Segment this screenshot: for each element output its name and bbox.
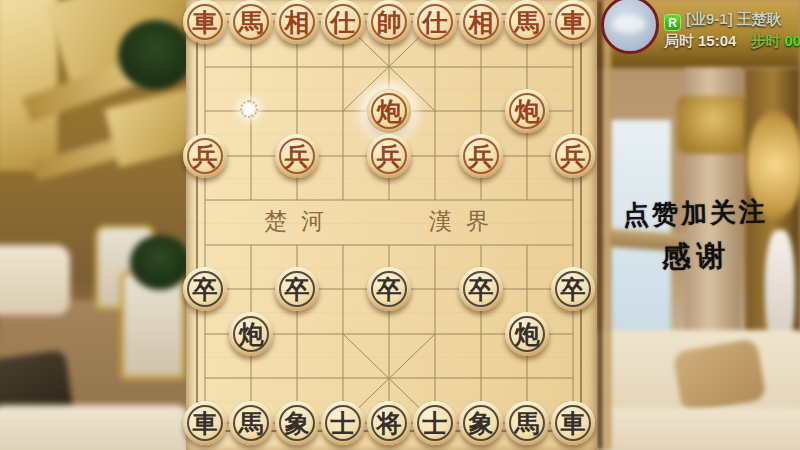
piece-character: 象 — [285, 411, 310, 436]
gold-capital — [677, 96, 749, 154]
piece-red-advisor[interactable]: 仕 — [321, 0, 365, 44]
piece-character: 帥 — [377, 10, 402, 35]
piece-red-king[interactable]: 帥 — [367, 0, 411, 44]
piece-character: 炮 — [515, 322, 540, 347]
watermark-line1: 点赞加关注 — [597, 193, 794, 233]
river-label-left: 楚河 — [231, 206, 371, 237]
piece-character: 兵 — [561, 144, 586, 169]
watermark-text: 点赞加关注 感谢 — [597, 193, 795, 279]
piece-character: 兵 — [377, 144, 402, 169]
piece-character: 卒 — [377, 277, 402, 302]
piece-red-cannon[interactable]: 炮 — [367, 89, 411, 133]
avatar-image — [612, 15, 646, 33]
stream-frame: 楚河 漢界 車馬相仕帥仕相馬車炮炮兵兵兵兵兵卒卒卒卒卒炮炮車馬象士将士象馬車 点… — [0, 0, 800, 450]
piece-red-rook[interactable]: 車 — [183, 0, 227, 44]
piece-black-pawn[interactable]: 卒 — [551, 267, 595, 311]
piece-red-elephant[interactable]: 相 — [459, 0, 503, 44]
piece-red-elephant[interactable]: 相 — [275, 0, 319, 44]
piece-black-horse[interactable]: 馬 — [505, 401, 549, 445]
piece-character: 馬 — [515, 10, 540, 35]
cream-couch — [0, 405, 186, 450]
piece-character: 相 — [469, 10, 494, 35]
piece-red-rook[interactable]: 車 — [551, 0, 595, 44]
piece-character: 仕 — [423, 10, 448, 35]
gold-panel — [104, 83, 186, 168]
piece-black-king[interactable]: 将 — [367, 401, 411, 445]
piece-character: 将 — [377, 411, 402, 436]
piece-character: 卒 — [561, 277, 586, 302]
piece-black-advisor[interactable]: 士 — [321, 401, 365, 445]
player-rank-and-name: [业9-1] 王楚耿 — [686, 10, 782, 27]
piece-character: 卒 — [193, 277, 218, 302]
white-sofa — [0, 245, 70, 315]
piece-black-pawn[interactable]: 卒 — [275, 267, 319, 311]
piece-black-advisor[interactable]: 士 — [413, 401, 457, 445]
piece-character: 炮 — [239, 322, 264, 347]
piece-red-pawn[interactable]: 兵 — [459, 134, 503, 178]
clock-row: 局时15:04步时00:30 — [664, 32, 800, 51]
piece-red-pawn[interactable]: 兵 — [275, 134, 319, 178]
piece-character: 馬 — [239, 10, 264, 35]
river-label-right: 漢界 — [396, 206, 536, 237]
potted-plant — [118, 20, 186, 90]
piece-character: 炮 — [377, 99, 402, 124]
piece-black-elephant[interactable]: 象 — [459, 401, 503, 445]
piece-character: 車 — [561, 10, 586, 35]
piece-red-advisor[interactable]: 仕 — [413, 0, 457, 44]
piece-character: 卒 — [469, 277, 494, 302]
piece-character: 士 — [331, 411, 356, 436]
piece-red-pawn[interactable]: 兵 — [183, 134, 227, 178]
move-time-value: 00:30 — [784, 32, 800, 49]
piece-black-horse[interactable]: 馬 — [229, 401, 273, 445]
potted-plant — [130, 235, 186, 290]
piece-black-pawn[interactable]: 卒 — [183, 267, 227, 311]
piece-black-rook[interactable]: 車 — [183, 401, 227, 445]
piece-character: 車 — [561, 411, 586, 436]
player-avatar[interactable] — [601, 0, 659, 54]
piece-character: 士 — [423, 411, 448, 436]
piece-black-rook[interactable]: 車 — [551, 401, 595, 445]
couch-arm — [597, 408, 800, 450]
piece-character: 卒 — [285, 277, 310, 302]
piece-black-pawn[interactable]: 卒 — [367, 267, 411, 311]
piece-black-cannon[interactable]: 炮 — [505, 312, 549, 356]
piece-character: 仕 — [331, 10, 356, 35]
piece-character: 馬 — [515, 411, 540, 436]
piece-character: 象 — [469, 411, 494, 436]
piece-red-pawn[interactable]: 兵 — [367, 134, 411, 178]
piece-character: 兵 — [193, 144, 218, 169]
piece-red-horse[interactable]: 馬 — [505, 0, 549, 44]
piece-black-elephant[interactable]: 象 — [275, 401, 319, 445]
piece-character: 車 — [193, 411, 218, 436]
rank-badge-icon: R — [664, 14, 681, 31]
piece-character: 馬 — [239, 411, 264, 436]
piece-red-cannon[interactable]: 炮 — [505, 89, 549, 133]
piece-red-pawn[interactable]: 兵 — [551, 134, 595, 178]
game-time-value: 15:04 — [698, 32, 736, 49]
player-meta: R[业9-1] 王楚耿 — [664, 10, 782, 31]
piece-red-horse[interactable]: 馬 — [229, 0, 273, 44]
player-overlay: R[业9-1] 王楚耿 局时15:04步时00:30 — [598, 0, 800, 60]
piece-character: 車 — [193, 10, 218, 35]
piece-character: 兵 — [285, 144, 310, 169]
game-time-label: 局时 — [664, 32, 694, 49]
piece-black-cannon[interactable]: 炮 — [229, 312, 273, 356]
xiangqi-board[interactable]: 楚河 漢界 車馬相仕帥仕相馬車炮炮兵兵兵兵兵卒卒卒卒卒炮炮車馬象士将士象馬車 — [186, 0, 597, 450]
piece-character: 相 — [285, 10, 310, 35]
move-time-label: 步时 — [750, 32, 780, 49]
background-room-left — [0, 0, 186, 450]
piece-character: 兵 — [469, 144, 494, 169]
watermark-line2: 感谢 — [598, 234, 795, 279]
piece-black-pawn[interactable]: 卒 — [459, 267, 503, 311]
last-move-origin-marker — [240, 100, 258, 118]
piece-character: 炮 — [515, 99, 540, 124]
